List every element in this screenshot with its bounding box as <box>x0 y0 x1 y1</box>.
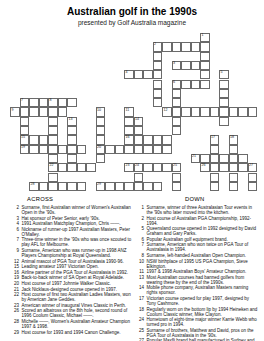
clue-text: Scored an albatross on the 8th hole, sec… <box>22 308 135 318</box>
clue-num-label: 7 <box>135 242 144 252</box>
clue-text: Host course of first two Australian Ladi… <box>22 292 135 302</box>
page-subtitle: presented by Golf Australia magazine <box>0 19 264 26</box>
grid-cell <box>172 89 182 98</box>
grid-cell: 13 <box>67 117 77 126</box>
grid-cell <box>58 182 68 191</box>
grid-cell <box>229 107 239 116</box>
clue-text: Surname, first Australian winner of Wome… <box>22 205 135 215</box>
grid-cell <box>115 182 125 191</box>
clue-text: Surname, left-handed Australian Open Cha… <box>147 253 260 258</box>
down-clue-5: 5Queensland course opened in 1992 design… <box>135 226 259 236</box>
grid-cell <box>48 126 58 135</box>
down-clue-6: 6Popular Australian golf equipment brand… <box>135 237 259 242</box>
clue-num-label: 23 <box>10 303 19 308</box>
down-clue-13: 13Most Australian courses had banned gol… <box>135 275 259 285</box>
grid-cell <box>124 117 134 126</box>
grid-cell <box>162 42 172 51</box>
grid-cell <box>48 182 58 191</box>
grid-cell <box>229 154 239 163</box>
grid-cell <box>229 145 239 154</box>
grid-cell <box>191 80 201 89</box>
grid-cell <box>96 126 106 135</box>
grid-cell <box>153 89 163 98</box>
across-clue-15: 15Leading amateur 1997 Victorian Open. <box>10 264 134 269</box>
clue-text: Most Australian courses had banned golfe… <box>147 275 260 285</box>
down-clue-list: 1Surname, winner of three Australasian T… <box>135 205 259 341</box>
clue-num-label: 24 <box>135 317 144 327</box>
grid-cell <box>153 182 163 191</box>
grid-cell <box>191 107 201 116</box>
grid-cell <box>191 42 201 51</box>
grid-cell <box>67 182 77 191</box>
grid-cell <box>134 135 144 144</box>
grid-cell <box>48 107 58 116</box>
clue-text: Jack Nicklaus-designed course opened in … <box>22 287 135 292</box>
grid-cell <box>162 135 172 144</box>
clue-number-14: 14 <box>135 118 139 122</box>
clue-text: NSW birthplace of 1995 US PGA Champion, … <box>147 259 260 269</box>
clue-number-19: 19 <box>21 146 25 150</box>
clue-text: Victorian course opened for play 1997, d… <box>147 296 260 306</box>
clue-num-label: 14 <box>135 285 144 295</box>
grid-cell <box>67 98 77 107</box>
grid-cell <box>200 80 210 89</box>
grid-cell <box>238 163 248 172</box>
clue-num-label: 5 <box>135 226 144 236</box>
grid-cell: 25 <box>172 163 182 172</box>
grid-cell <box>172 42 182 51</box>
grid-cell: 23 <box>124 163 134 172</box>
clue-number-24: 24 <box>135 164 139 168</box>
down-clue-24: 24Hometown of eight-time major winner Ka… <box>135 317 259 327</box>
across-clue-29: 29Host course for 1993 and 1994 Canon Ch… <box>10 330 134 335</box>
grid-cell <box>210 173 220 182</box>
clue-num-label: 25 <box>135 328 144 338</box>
clue-number-8: 8 <box>50 99 52 103</box>
clue-num-label: 8 <box>135 253 144 258</box>
clue-num-label: 18 <box>135 307 144 317</box>
clue-number-11: 11 <box>126 109 130 113</box>
grid-cell <box>48 117 58 126</box>
grid-cell <box>96 117 106 126</box>
clue-num-label: 9 <box>10 248 19 258</box>
grid-cell <box>134 126 144 135</box>
grid-cell <box>200 70 210 79</box>
clue-number-21: 21 <box>192 155 196 159</box>
clue-number-9: 9 <box>12 109 14 113</box>
clue-num-label: 12 <box>10 259 19 264</box>
grid-cell <box>172 126 182 135</box>
grid-cell <box>77 163 87 172</box>
clue-number-27: 27 <box>249 164 253 168</box>
grid-cell <box>181 107 191 116</box>
clue-num-label: 3 <box>10 216 19 221</box>
grid-cell: 17 <box>210 135 220 144</box>
grid-cell <box>96 154 106 163</box>
down-header: DOWN <box>185 196 205 202</box>
grid-cell <box>219 98 229 107</box>
grid-cell <box>229 163 239 172</box>
clue-number-18: 18 <box>230 136 234 140</box>
grid-cell <box>172 117 182 126</box>
clue-num-label: 11 <box>135 269 144 274</box>
grid-cell <box>219 107 229 116</box>
clue-number-25: 25 <box>173 164 177 168</box>
clue-text: Host course of 1997 Johnnie Walker Class… <box>22 281 135 286</box>
grid-cell <box>134 145 144 154</box>
clue-number-4: 4 <box>126 71 128 75</box>
across-clue-12: 12Animal mascot of PGA Tour of Australas… <box>10 259 134 264</box>
grid-cell <box>248 107 258 116</box>
grid-cell <box>210 107 220 116</box>
grid-cell: 7 <box>20 98 30 107</box>
grid-cell <box>210 154 220 163</box>
grid-cell <box>48 173 58 182</box>
clue-text: Host course for 1993 and 1994 Canon Chal… <box>22 330 135 335</box>
grid-cell <box>181 61 191 70</box>
clue-num-label: 4 <box>10 221 19 226</box>
clue-number-3: 3 <box>173 62 175 66</box>
grid-cell <box>153 70 163 79</box>
grid-cell <box>172 107 182 116</box>
grid-cell <box>67 154 77 163</box>
across-clue-28: 28Michelle ——, Women's Australian Amateu… <box>10 319 134 329</box>
across-clue-4: 41991 Australian Matchplay Champion, Chr… <box>10 221 134 226</box>
clue-number-23: 23 <box>126 164 130 168</box>
grid-cell: 16 <box>124 135 134 144</box>
grid-cell <box>39 98 49 107</box>
grid-cell: 2 <box>153 42 163 51</box>
grid-cell: 12 <box>162 107 172 116</box>
grid-cell <box>134 70 144 79</box>
clue-number-29: 29 <box>97 183 101 187</box>
clue-text: Queensland course opened in 1992 designe… <box>147 226 260 236</box>
grid-cell <box>58 107 68 116</box>
grid-cell: 20 <box>96 145 106 154</box>
clue-text: Animal mascot of PGA Tour of Australasia… <box>22 259 135 264</box>
grid-cell: 22 <box>48 163 58 172</box>
grid-cell <box>143 182 153 191</box>
grid-cell <box>200 61 210 70</box>
grid-cell <box>124 145 134 154</box>
clue-text: Leading amateur 1997 Victorian Open. <box>22 264 135 269</box>
grid-cell <box>77 182 87 191</box>
clue-num-label: 26 <box>10 308 19 318</box>
grid-cell <box>48 154 58 163</box>
clue-text: American winner of inaugural Vines Class… <box>22 303 135 308</box>
grid-cell <box>20 107 30 116</box>
clue-number-20: 20 <box>97 146 101 150</box>
grid-cell: 29 <box>96 182 106 191</box>
grid-cell <box>96 135 106 144</box>
clue-num-label: 17 <box>135 296 144 306</box>
grid-cell <box>67 145 77 154</box>
grid-cell <box>67 135 77 144</box>
page-title: Australian golf in the 1990s <box>0 6 264 17</box>
grid-cell <box>153 52 163 61</box>
grid-cell <box>143 70 153 79</box>
grid-cell: 8 <box>48 98 58 107</box>
grid-cell: 9 <box>10 107 20 116</box>
grid-cell <box>219 154 229 163</box>
across-clue-list: 2Surname, first Australian winner of Wom… <box>10 205 134 335</box>
grid-cell: 6 <box>172 80 182 89</box>
down-clue-11: 111997 & 1998 Australian Boys' Amateur C… <box>135 269 259 274</box>
grid-cell: 14 <box>134 117 144 126</box>
grid-cell <box>58 163 68 172</box>
grid-cell <box>219 117 229 126</box>
clue-text: Surname, American who won twice on PGA T… <box>147 242 260 252</box>
grid-cell: 15 <box>20 135 30 144</box>
grid-cell <box>67 126 77 135</box>
grid-cell <box>153 145 163 154</box>
grid-cell <box>200 42 210 51</box>
grid-cell <box>172 173 182 182</box>
grid-cell <box>29 135 39 144</box>
down-clue-7: 7Surname, American who won twice on PGA … <box>135 242 259 252</box>
grid-cell <box>153 98 163 107</box>
grid-cell <box>153 61 163 70</box>
clue-number-10: 10 <box>97 109 101 113</box>
clue-number-12: 12 <box>164 109 168 113</box>
grid-cell <box>105 182 115 191</box>
across-clue-19: 19Back-to-back winner of SA Open at Roya… <box>10 275 134 280</box>
grid-cell <box>48 135 58 144</box>
grid-cell <box>48 145 58 154</box>
down-clue-18: 18Regularly worn on the bottom lip by 19… <box>135 307 259 317</box>
clue-number-7: 7 <box>21 99 23 103</box>
clue-number-13: 13 <box>69 118 73 122</box>
across-clue-16: 16Airline partner of the PGA Tour of Aus… <box>10 270 134 275</box>
clue-num-label: 19 <box>10 275 19 280</box>
grid-cell <box>238 154 248 163</box>
clue-number-17: 17 <box>211 136 215 140</box>
grid-cell: 1 <box>200 33 210 42</box>
grid-cell <box>219 89 229 98</box>
across-clue-20: 20Host course of 1997 Johnnie Walker Cla… <box>10 281 134 286</box>
grid-cell: 18 <box>229 135 239 144</box>
grid-cell: 5 <box>219 70 229 79</box>
grid-cell <box>172 98 182 107</box>
clue-number-22: 22 <box>50 164 54 168</box>
grid-cell <box>210 163 220 172</box>
grid-cell <box>172 182 182 191</box>
across-clue-26: 26Scored an albatross on the 8th hole, s… <box>10 308 134 318</box>
grid-cell <box>39 145 49 154</box>
grid-cell: 24 <box>134 163 144 172</box>
grid-cell: 19 <box>20 145 30 154</box>
grid-cell <box>124 126 134 135</box>
grid-cell <box>210 182 220 191</box>
clue-number-16: 16 <box>126 136 130 140</box>
grid-cell <box>58 145 68 154</box>
clue-number-6: 6 <box>173 81 175 85</box>
grid-cell <box>219 163 229 172</box>
grid-cell <box>153 163 163 172</box>
clue-num-label: 16 <box>10 270 19 275</box>
grid-cell <box>134 173 144 182</box>
across-clue-21: 21Jack Nicklaus-designed course opened i… <box>10 287 134 292</box>
grid-cell <box>238 107 248 116</box>
across-clue-22: 22Host course of first two Australian La… <box>10 292 134 302</box>
grid-cell <box>58 98 68 107</box>
clue-text: Three-time winner in the '90s who was on… <box>22 237 135 247</box>
clue-text: Surname, American who was runner-up in 1… <box>22 248 135 258</box>
down-clue-1: 1Surname, winner of three Australasian T… <box>135 205 259 215</box>
grid-cell <box>229 173 239 182</box>
down-clue-25: 25Surname of brothers, Matthew and David… <box>135 328 259 338</box>
across-clue-3: 3Hat sponsor of Peter Senior, early '90s… <box>10 216 134 221</box>
grid-cell <box>143 145 153 154</box>
grid-cell <box>86 163 96 172</box>
clue-text: Nickname of runner-up 1997 Australian Ma… <box>22 227 135 237</box>
grid-cell <box>210 145 220 154</box>
clue-number-15: 15 <box>21 136 25 140</box>
clue-text: Surname of brothers, Matthew and David, … <box>147 328 260 338</box>
clue-text: Hat sponsor of Peter Senior, early '90s. <box>22 216 135 221</box>
clue-number-2: 2 <box>154 43 156 47</box>
clue-num-label: 7 <box>10 237 19 247</box>
clue-num-label: 28 <box>10 319 19 329</box>
grid-cell <box>181 80 191 89</box>
grid-cell: 21 <box>191 154 201 163</box>
grid-cell <box>39 135 49 144</box>
grid-cell <box>124 182 134 191</box>
grid-cell <box>219 80 229 89</box>
grid-cell <box>200 52 210 61</box>
grid-cell: 27 <box>248 163 258 172</box>
grid-cell <box>29 107 39 116</box>
grid-cell <box>67 163 77 172</box>
grid-cell <box>248 182 258 191</box>
clue-num-label: 10 <box>135 259 144 269</box>
grid-cell <box>134 182 144 191</box>
clue-num-label: 2 <box>10 205 19 215</box>
grid-cell <box>153 80 163 89</box>
grid-cell <box>181 42 191 51</box>
grid-cell <box>143 135 153 144</box>
grid-cell <box>115 145 125 154</box>
clue-num-label: 6 <box>135 237 144 242</box>
clue-number-5: 5 <box>221 71 223 75</box>
grid-cell: 28 <box>29 182 39 191</box>
grid-cell <box>20 117 30 126</box>
grid-cell <box>29 145 39 154</box>
clue-text: Surname, winner of three Australasian To… <box>147 205 260 215</box>
grid-cell <box>20 126 30 135</box>
grid-cell <box>39 182 49 191</box>
down-clue-2: 2Host course of Australian PGA Champions… <box>135 216 259 226</box>
down-clue-17: 17Victorian course opened for play 1997,… <box>135 296 259 306</box>
grid-cell: 10 <box>96 107 106 116</box>
clue-num-label: 21 <box>10 287 19 292</box>
grid-cell <box>248 173 258 182</box>
across-clue-2: 2Surname, first Australian winner of Wom… <box>10 205 134 215</box>
grid-cell <box>77 145 87 154</box>
grid-cell: 11 <box>124 107 134 116</box>
clue-text: Michelle ——, Women's Australian Amateur … <box>22 319 135 329</box>
clue-num-label: 2 <box>135 216 144 226</box>
grid-cell <box>143 163 153 172</box>
clue-num-label: 22 <box>10 292 19 302</box>
clue-num-label: 29 <box>10 330 19 335</box>
clue-number-1: 1 <box>202 34 204 38</box>
clue-num-label: 20 <box>10 281 19 286</box>
clue-text: Popular Australian golf equipment brand. <box>147 237 260 242</box>
clue-num-label: 1 <box>135 205 144 215</box>
grid-cell <box>162 163 172 172</box>
clue-text: Hometown of eight-time major winner Karr… <box>147 317 260 327</box>
across-clue-7: 7Three-time winner in the '90s who was o… <box>10 237 134 247</box>
clue-number-28: 28 <box>31 183 35 187</box>
grid-cell <box>153 135 163 144</box>
clue-text: 1997 & 1998 Australian Boys' Amateur Cha… <box>147 269 260 274</box>
clue-num-label: 6 <box>10 227 19 237</box>
grid-cell <box>200 107 210 116</box>
crossword-grid: 1234567891011121314151617181920212223242… <box>10 33 258 192</box>
across-clue-6: 6Nickname of runner-up 1997 Australian M… <box>10 227 134 237</box>
clue-text: Airline partner of the PGA Tour of Austr… <box>22 270 135 275</box>
clue-number-26: 26 <box>202 164 206 168</box>
across-clue-9: 9Surname, American who was runner-up in … <box>10 248 134 258</box>
across-clue-23: 23American winner of inaugural Vines Cla… <box>10 303 134 308</box>
clue-text: Host course of Australian PGA Championsh… <box>147 216 260 226</box>
down-clue-8: 8Surname, left-handed Australian Open Ch… <box>135 253 259 258</box>
grid-cell: 4 <box>124 70 134 79</box>
grid-cell <box>29 98 39 107</box>
clue-num-label: 13 <box>135 275 144 285</box>
down-clue-10: 10NSW birthplace of 1995 US PGA Champion… <box>135 259 259 269</box>
grid-cell <box>162 145 172 154</box>
clue-num-label: 15 <box>10 264 19 269</box>
grid-cell <box>200 154 210 163</box>
down-clue-14: 14Mobile phone company, Australian Maste… <box>135 285 259 295</box>
clue-text: Regularly worn on the bottom lip by 1994… <box>147 307 260 317</box>
clue-text: Mobile phone company, Australian Masters… <box>147 285 260 295</box>
across-header: ACROSS <box>27 196 53 202</box>
grid-cell <box>39 107 49 116</box>
grid-cell: 26 <box>200 163 210 172</box>
grid-cell <box>229 182 239 191</box>
clue-text: 1991 Australian Matchplay Champion, Chri… <box>22 221 135 226</box>
grid-cell: 3 <box>172 61 182 70</box>
grid-cell <box>105 145 115 154</box>
grid-cell <box>191 61 201 70</box>
clue-text: Back-to-back winner of SA Open at Royal … <box>22 275 135 280</box>
